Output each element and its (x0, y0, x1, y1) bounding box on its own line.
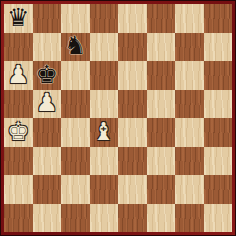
square-f8[interactable] (147, 4, 176, 33)
square-d8[interactable] (90, 4, 119, 33)
square-b5[interactable]: ♟ (33, 90, 62, 119)
square-a2[interactable] (4, 175, 33, 204)
square-b7[interactable] (33, 33, 62, 62)
square-a1[interactable] (4, 204, 33, 233)
square-f7[interactable] (147, 33, 176, 62)
square-e1[interactable] (118, 204, 147, 233)
piece-black-knight[interactable]: ♞ (64, 33, 86, 58)
square-g4[interactable] (175, 118, 204, 147)
square-h2[interactable] (204, 175, 233, 204)
piece-black-queen[interactable]: ♛ (7, 5, 29, 30)
square-c3[interactable] (61, 147, 90, 176)
square-h4[interactable] (204, 118, 233, 147)
square-c1[interactable] (61, 204, 90, 233)
square-f5[interactable] (147, 90, 176, 119)
square-d5[interactable] (90, 90, 119, 119)
square-d2[interactable] (90, 175, 119, 204)
square-e7[interactable] (118, 33, 147, 62)
square-a7[interactable] (4, 33, 33, 62)
square-f6[interactable] (147, 61, 176, 90)
square-e6[interactable] (118, 61, 147, 90)
square-e8[interactable] (118, 4, 147, 33)
square-e5[interactable] (118, 90, 147, 119)
square-d6[interactable] (90, 61, 119, 90)
square-g8[interactable] (175, 4, 204, 33)
square-g2[interactable] (175, 175, 204, 204)
square-c4[interactable] (61, 118, 90, 147)
square-f1[interactable] (147, 204, 176, 233)
square-d1[interactable] (90, 204, 119, 233)
square-g6[interactable] (175, 61, 204, 90)
square-g3[interactable] (175, 147, 204, 176)
piece-white-bishop[interactable]: ♝ (93, 119, 115, 144)
square-g5[interactable] (175, 90, 204, 119)
square-a5[interactable] (4, 90, 33, 119)
square-b1[interactable] (33, 204, 62, 233)
square-b3[interactable] (33, 147, 62, 176)
square-h6[interactable] (204, 61, 233, 90)
square-c8[interactable] (61, 4, 90, 33)
square-d4[interactable]: ♝ (90, 118, 119, 147)
piece-white-king[interactable]: ♚ (7, 119, 29, 144)
square-a8[interactable]: ♛ (4, 4, 33, 33)
square-f3[interactable] (147, 147, 176, 176)
square-g7[interactable] (175, 33, 204, 62)
square-h8[interactable] (204, 4, 233, 33)
square-f2[interactable] (147, 175, 176, 204)
board-frame: ♛♞♟♚♟♚♝ (0, 0, 236, 236)
square-e2[interactable] (118, 175, 147, 204)
square-a6[interactable]: ♟ (4, 61, 33, 90)
square-e3[interactable] (118, 147, 147, 176)
square-c5[interactable] (61, 90, 90, 119)
square-c2[interactable] (61, 175, 90, 204)
square-c7[interactable]: ♞ (61, 33, 90, 62)
square-b2[interactable] (33, 175, 62, 204)
square-h5[interactable] (204, 90, 233, 119)
square-h7[interactable] (204, 33, 233, 62)
square-d7[interactable] (90, 33, 119, 62)
square-b6[interactable]: ♚ (33, 61, 62, 90)
square-b8[interactable] (33, 4, 62, 33)
square-c6[interactable] (61, 61, 90, 90)
square-a3[interactable] (4, 147, 33, 176)
square-b4[interactable] (33, 118, 62, 147)
piece-white-pawn[interactable]: ♟ (36, 90, 58, 115)
square-d3[interactable] (90, 147, 119, 176)
chess-board: ♛♞♟♚♟♚♝ (4, 4, 232, 232)
square-h1[interactable] (204, 204, 233, 233)
piece-white-pawn[interactable]: ♟ (7, 62, 29, 87)
square-a4[interactable]: ♚ (4, 118, 33, 147)
square-f4[interactable] (147, 118, 176, 147)
square-h3[interactable] (204, 147, 233, 176)
square-e4[interactable] (118, 118, 147, 147)
square-g1[interactable] (175, 204, 204, 233)
piece-black-king[interactable]: ♚ (36, 62, 58, 87)
